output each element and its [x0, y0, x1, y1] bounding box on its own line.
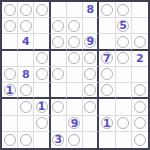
cell-r9c7[interactable]: [99, 132, 115, 148]
cell-r8c3[interactable]: [34, 116, 50, 132]
cell-r3c4[interactable]: [51, 34, 67, 50]
odd-cell-circle: [84, 101, 96, 113]
cell-r8c2[interactable]: [18, 116, 34, 132]
odd-cell-circle: [36, 52, 48, 64]
cell-r8c6[interactable]: [83, 116, 99, 132]
odd-cell-circle: [4, 20, 16, 32]
given-digit: 2: [132, 51, 148, 66]
cell-r7c6[interactable]: [83, 99, 99, 115]
cell-r2c5[interactable]: [67, 18, 83, 34]
odd-cell-circle: [101, 4, 113, 16]
cell-r1c7[interactable]: [99, 2, 115, 18]
cell-r8c1[interactable]: [2, 116, 18, 132]
given-digit: 9: [67, 116, 82, 131]
cell-r2c2[interactable]: [18, 18, 34, 34]
cell-r2c7[interactable]: [99, 18, 115, 34]
odd-cell-circle: [117, 117, 129, 129]
cell-r4c5[interactable]: [67, 51, 83, 67]
odd-cell-circle: [84, 52, 96, 64]
cell-r9c6[interactable]: [83, 132, 99, 148]
odd-cell-circle: [4, 134, 16, 146]
cell-r6c5[interactable]: [67, 83, 83, 99]
odd-cell-circle: [36, 117, 48, 129]
odd-cell-circle: [20, 20, 32, 32]
cell-r6c2[interactable]: [18, 83, 34, 99]
cell-r5c9[interactable]: [132, 67, 148, 83]
odd-cell-circle: [117, 4, 129, 16]
cell-r6c3[interactable]: [34, 83, 50, 99]
cell-r3c7[interactable]: [99, 34, 115, 50]
odd-cell-circle: [134, 117, 146, 129]
cell-r1c9[interactable]: [132, 2, 148, 18]
odd-cell-circle: [36, 4, 48, 16]
cell-r1c3[interactable]: [34, 2, 50, 18]
cell-r4c3[interactable]: [34, 51, 50, 67]
odd-cell-circle: [20, 84, 32, 96]
odd-cell-circle: [101, 68, 113, 80]
odd-cell-circle: [4, 68, 16, 80]
odd-cell-circle: [52, 68, 64, 80]
odd-cell-circle: [20, 4, 32, 16]
cell-r2c1[interactable]: [2, 18, 18, 34]
cell-r7c1[interactable]: [2, 99, 18, 115]
cell-r9c5[interactable]: [67, 132, 83, 148]
given-digit: 9: [83, 34, 97, 48]
cell-r7c9[interactable]: [132, 99, 148, 115]
cell-r3c3[interactable]: [34, 34, 50, 50]
odd-cell-circle: [20, 101, 32, 113]
cell-r2c3[interactable]: [34, 18, 50, 34]
cell-r7c3[interactable]: 1: [34, 99, 50, 115]
odd-cell-circle: [52, 36, 64, 48]
odd-cell-circle: [84, 68, 96, 80]
cell-r8c5[interactable]: 9: [67, 116, 83, 132]
cell-r9c3[interactable]: [34, 132, 50, 148]
cell-r1c4[interactable]: [51, 2, 67, 18]
cell-r6c1[interactable]: 1: [2, 83, 18, 99]
given-digit: 1: [34, 99, 48, 114]
cell-r4c6[interactable]: [83, 51, 99, 67]
odd-cell-circle: [117, 52, 129, 64]
cell-r3c8[interactable]: [116, 34, 132, 50]
odd-cell-circle: [36, 68, 48, 80]
cell-r9c4[interactable]: 3: [51, 132, 67, 148]
cell-r5c3[interactable]: [34, 67, 50, 83]
cell-r2c8[interactable]: 5: [116, 18, 132, 34]
cell-r3c9[interactable]: [132, 34, 148, 50]
cell-r8c4[interactable]: [51, 116, 67, 132]
cell-r1c1[interactable]: [2, 2, 18, 18]
cell-r7c2[interactable]: [18, 99, 34, 115]
given-digit: 1: [2, 83, 17, 97]
given-digit: 8: [18, 67, 33, 82]
cell-r9c8[interactable]: [116, 132, 132, 148]
cell-r1c6[interactable]: 8: [83, 2, 99, 18]
odd-cell-circle: [68, 134, 80, 146]
odd-cell-circle: [52, 101, 64, 113]
cell-r4c9[interactable]: 2: [132, 51, 148, 67]
odd-cell-circle: [117, 36, 129, 48]
odd-cell-circle: [134, 101, 146, 113]
cell-r6c8[interactable]: [116, 83, 132, 99]
cell-r3c2[interactable]: 4: [18, 34, 34, 50]
odd-cell-circle: [68, 52, 80, 64]
cell-r2c4[interactable]: [51, 18, 67, 34]
cell-r3c5[interactable]: [67, 34, 83, 50]
cell-r4c8[interactable]: [116, 51, 132, 67]
odd-cell-circle: [4, 4, 16, 16]
odd-cell-circle: [101, 84, 113, 96]
cell-r9c2[interactable]: [18, 132, 34, 148]
cell-r8c7[interactable]: 1: [99, 116, 115, 132]
cell-r9c1[interactable]: [2, 132, 18, 148]
cell-r5c2[interactable]: 8: [18, 67, 34, 83]
cell-r9c9[interactable]: [132, 132, 148, 148]
given-digit: 8: [83, 2, 97, 17]
cell-r8c9[interactable]: [132, 116, 148, 132]
odd-cell-circle: [52, 20, 64, 32]
cell-r7c8[interactable]: [116, 99, 132, 115]
cell-r6c6[interactable]: [83, 83, 99, 99]
cell-r3c1[interactable]: [2, 34, 18, 50]
cell-r1c5[interactable]: [67, 2, 83, 18]
cell-r6c9[interactable]: [132, 83, 148, 99]
cell-r2c9[interactable]: [132, 18, 148, 34]
cell-r6c7[interactable]: [99, 83, 115, 99]
given-digit: 5: [116, 18, 131, 33]
odd-cell-circle: [20, 134, 32, 146]
cell-r4c1[interactable]: [2, 51, 18, 67]
cell-r5c8[interactable]: [116, 67, 132, 83]
odd-cell-circle: [68, 36, 80, 48]
cell-r2c6[interactable]: [83, 18, 99, 34]
cell-r4c4[interactable]: [51, 51, 67, 67]
cell-r5c7[interactable]: [99, 67, 115, 83]
given-digit: 3: [51, 132, 66, 148]
odd-cell-circle: [84, 84, 96, 96]
cell-r5c6[interactable]: [83, 67, 99, 83]
odd-cell-circle: [134, 84, 146, 96]
odd-cell-circle: [134, 134, 146, 146]
odd-cell-circle: [68, 20, 80, 32]
given-digit: 1: [99, 116, 114, 131]
cell-r6c4[interactable]: [51, 83, 67, 99]
cell-r3c6[interactable]: 9: [83, 34, 99, 50]
odd-cell-circle: [134, 36, 146, 48]
cell-r4c7[interactable]: 7: [99, 51, 115, 67]
given-digit: 4: [18, 34, 33, 48]
cell-r5c4[interactable]: [51, 67, 67, 83]
cell-r4c2[interactable]: [18, 51, 34, 67]
cell-r7c5[interactable]: [67, 99, 83, 115]
cell-r1c8[interactable]: [116, 2, 132, 18]
given-digit: 7: [99, 51, 114, 66]
cell-r1c2[interactable]: [18, 2, 34, 18]
cell-r7c4[interactable]: [51, 99, 67, 115]
cell-r7c7[interactable]: [99, 99, 115, 115]
cell-r5c5[interactable]: [67, 67, 83, 83]
cell-r8c8[interactable]: [116, 116, 132, 132]
sudoku-board: 854972811913: [0, 0, 150, 150]
cell-r5c1[interactable]: [2, 67, 18, 83]
